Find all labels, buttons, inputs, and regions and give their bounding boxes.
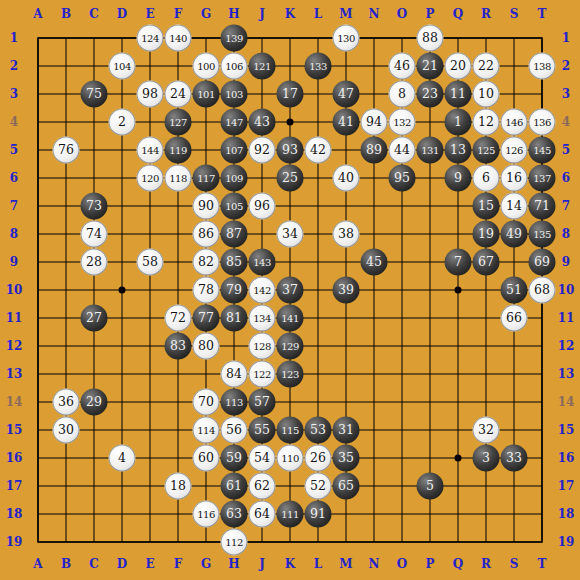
coord-label-15: 15: [558, 424, 575, 436]
black-stone-K6: 25: [277, 165, 304, 192]
move-number: 71: [534, 200, 550, 213]
move-number: 138: [533, 61, 551, 71]
white-stone-P1: 88: [417, 25, 444, 52]
move-number: 110: [281, 453, 299, 463]
white-stone-O2: 46: [389, 53, 416, 80]
white-stone-M1: 130: [333, 25, 360, 52]
coord-label-7: 7: [10, 200, 18, 212]
black-stone-J9: 143: [249, 249, 276, 276]
black-stone-N5: 89: [361, 137, 388, 164]
black-stone-M17: 65: [333, 473, 360, 500]
black-stone-G3: 101: [193, 81, 220, 108]
black-stone-S16: 33: [501, 445, 528, 472]
move-number: 1: [454, 116, 462, 129]
white-stone-J11: 134: [249, 305, 276, 332]
black-stone-K3: 17: [277, 81, 304, 108]
black-stone-K13: 123: [277, 361, 304, 388]
white-stone-D4: 2: [109, 109, 136, 136]
move-number: 141: [281, 313, 299, 323]
coord-label-17: 17: [6, 480, 23, 492]
black-stone-L2: 133: [305, 53, 332, 80]
move-number: 109: [225, 173, 243, 183]
move-number: 83: [170, 340, 186, 353]
white-stone-D2: 104: [109, 53, 136, 80]
move-number: 44: [394, 144, 410, 157]
coord-label-6: 6: [562, 172, 570, 184]
black-stone-J15: 55: [249, 417, 276, 444]
white-stone-C9: 28: [81, 249, 108, 276]
coord-label-4: 4: [562, 116, 570, 128]
black-stone-J2: 121: [249, 53, 276, 80]
black-stone-L18: 91: [305, 501, 332, 528]
black-stone-C11: 27: [81, 305, 108, 332]
black-stone-J14: 57: [249, 389, 276, 416]
white-stone-L16: 26: [305, 445, 332, 472]
black-stone-K5: 93: [277, 137, 304, 164]
black-stone-G11: 77: [193, 305, 220, 332]
move-number: 7: [454, 256, 462, 269]
move-number: 10: [478, 88, 494, 101]
coord-label-3: 3: [562, 88, 570, 100]
white-stone-R3: 10: [473, 81, 500, 108]
black-stone-G6: 117: [193, 165, 220, 192]
coord-label-19: 19: [558, 536, 575, 548]
coord-label-C: C: [89, 558, 99, 570]
move-number: 32: [478, 424, 494, 437]
move-number: 67: [478, 256, 494, 269]
black-stone-C3: 75: [81, 81, 108, 108]
move-number: 115: [281, 425, 299, 435]
white-stone-O4: 132: [389, 109, 416, 136]
white-stone-F1: 140: [165, 25, 192, 52]
white-stone-H15: 56: [221, 417, 248, 444]
move-number: 26: [310, 452, 326, 465]
move-number: 31: [338, 424, 354, 437]
hoshi-point-Q10: [455, 287, 462, 294]
white-stone-E6: 120: [137, 165, 164, 192]
move-number: 147: [225, 117, 243, 127]
move-number: 68: [534, 284, 550, 297]
white-stone-S4: 146: [501, 109, 528, 136]
move-number: 27: [86, 312, 102, 325]
coord-label-14: 14: [6, 396, 23, 408]
white-stone-E3: 98: [137, 81, 164, 108]
black-stone-H9: 85: [221, 249, 248, 276]
coord-label-13: 13: [558, 368, 575, 380]
black-stone-P3: 23: [417, 81, 444, 108]
black-stone-T9: 69: [529, 249, 556, 276]
move-number: 144: [141, 145, 159, 155]
move-number: 121: [253, 61, 271, 71]
move-number: 13: [450, 144, 466, 157]
move-number: 74: [86, 228, 102, 241]
white-stone-T10: 68: [529, 277, 556, 304]
white-stone-J16: 54: [249, 445, 276, 472]
black-stone-F4: 127: [165, 109, 192, 136]
move-number: 143: [253, 257, 271, 267]
move-number: 112: [225, 537, 243, 547]
black-stone-Q3: 11: [445, 81, 472, 108]
black-stone-M16: 35: [333, 445, 360, 472]
white-stone-L17: 52: [305, 473, 332, 500]
coord-label-5: 5: [10, 144, 18, 156]
white-stone-G14: 70: [193, 389, 220, 416]
coord-label-P: P: [425, 8, 434, 20]
black-stone-H8: 87: [221, 221, 248, 248]
move-number: 146: [505, 117, 523, 127]
black-stone-P17: 5: [417, 473, 444, 500]
move-number: 130: [337, 33, 355, 43]
white-stone-G15: 114: [193, 417, 220, 444]
white-stone-D16: 4: [109, 445, 136, 472]
move-number: 57: [254, 396, 270, 409]
coord-label-11: 11: [6, 312, 23, 324]
coord-label-16: 16: [558, 452, 575, 464]
black-stone-T5: 145: [529, 137, 556, 164]
move-number: 114: [197, 425, 215, 435]
move-number: 23: [422, 88, 438, 101]
move-number: 123: [281, 369, 299, 379]
move-number: 142: [253, 285, 271, 295]
coord-label-3: 3: [10, 88, 18, 100]
coord-label-7: 7: [562, 200, 570, 212]
move-number: 89: [366, 144, 382, 157]
move-number: 139: [225, 33, 243, 43]
black-stone-Q4: 1: [445, 109, 472, 136]
white-stone-G2: 100: [193, 53, 220, 80]
coord-label-16: 16: [6, 452, 23, 464]
move-number: 136: [533, 117, 551, 127]
move-number: 113: [225, 397, 243, 407]
move-number: 38: [338, 228, 354, 241]
move-number: 49: [506, 228, 522, 241]
black-stone-F5: 119: [165, 137, 192, 164]
white-stone-J13: 122: [249, 361, 276, 388]
white-stone-L5: 42: [305, 137, 332, 164]
white-stone-B14: 36: [53, 389, 80, 416]
white-stone-G7: 90: [193, 193, 220, 220]
hoshi-point-Q16: [455, 455, 462, 462]
coord-label-4: 4: [10, 116, 18, 128]
black-stone-Q5: 13: [445, 137, 472, 164]
black-stone-M3: 47: [333, 81, 360, 108]
move-number: 53: [310, 424, 326, 437]
move-number: 126: [505, 145, 523, 155]
black-stone-R8: 19: [473, 221, 500, 248]
black-stone-H14: 113: [221, 389, 248, 416]
white-stone-S6: 16: [501, 165, 528, 192]
black-stone-H11: 81: [221, 305, 248, 332]
move-number: 64: [254, 508, 270, 521]
move-number: 96: [254, 200, 270, 213]
white-stone-O3: 8: [389, 81, 416, 108]
white-stone-J18: 64: [249, 501, 276, 528]
white-stone-N4: 94: [361, 109, 388, 136]
white-stone-J5: 92: [249, 137, 276, 164]
move-number: 9: [454, 172, 462, 185]
move-number: 11: [450, 88, 466, 101]
coord-label-10: 10: [6, 284, 23, 296]
black-stone-K12: 129: [277, 333, 304, 360]
black-stone-L15: 53: [305, 417, 332, 444]
move-number: 94: [366, 116, 382, 129]
move-number: 105: [225, 201, 243, 211]
white-stone-F17: 18: [165, 473, 192, 500]
move-number: 140: [169, 33, 187, 43]
move-number: 131: [421, 145, 439, 155]
coord-label-M: M: [339, 558, 352, 570]
move-number: 60: [198, 452, 214, 465]
move-number: 40: [338, 172, 354, 185]
move-number: 19: [478, 228, 494, 241]
move-number: 34: [282, 228, 298, 241]
coord-label-17: 17: [558, 480, 575, 492]
coord-label-2: 2: [10, 60, 18, 72]
coord-label-13: 13: [6, 368, 23, 380]
move-number: 62: [254, 480, 270, 493]
coord-label-O: O: [397, 558, 407, 570]
black-stone-J4: 43: [249, 109, 276, 136]
coord-label-12: 12: [6, 340, 23, 352]
white-stone-R4: 12: [473, 109, 500, 136]
move-number: 69: [534, 256, 550, 269]
black-stone-H17: 61: [221, 473, 248, 500]
coord-label-G: G: [201, 558, 211, 570]
white-stone-G8: 86: [193, 221, 220, 248]
white-stone-R2: 22: [473, 53, 500, 80]
move-number: 90: [198, 200, 214, 213]
black-stone-K10: 37: [277, 277, 304, 304]
coord-label-14: 14: [558, 396, 575, 408]
move-number: 101: [197, 89, 215, 99]
coord-label-F: F: [174, 8, 183, 20]
white-stone-R15: 32: [473, 417, 500, 444]
move-number: 39: [338, 284, 354, 297]
coord-label-19: 19: [6, 536, 23, 548]
move-number: 21: [422, 60, 438, 73]
white-stone-S7: 14: [501, 193, 528, 220]
coord-label-N: N: [369, 8, 380, 20]
coord-label-C: C: [89, 8, 99, 20]
move-number: 111: [281, 509, 299, 519]
move-number: 56: [226, 424, 242, 437]
white-stone-M6: 40: [333, 165, 360, 192]
move-number: 134: [253, 313, 271, 323]
black-stone-Q9: 7: [445, 249, 472, 276]
black-stone-R9: 67: [473, 249, 500, 276]
black-stone-C14: 29: [81, 389, 108, 416]
coord-label-G: G: [201, 8, 211, 20]
coord-label-R: R: [481, 8, 491, 20]
move-number: 30: [58, 424, 74, 437]
black-stone-H18: 63: [221, 501, 248, 528]
move-number: 107: [225, 145, 243, 155]
move-number: 128: [253, 341, 271, 351]
move-number: 120: [141, 173, 159, 183]
move-number: 12: [478, 116, 494, 129]
coord-label-T: T: [538, 8, 547, 20]
move-number: 76: [58, 144, 74, 157]
white-stone-T4: 136: [529, 109, 556, 136]
move-number: 28: [86, 256, 102, 269]
move-number: 37: [282, 284, 298, 297]
black-stone-S10: 51: [501, 277, 528, 304]
black-stone-P5: 131: [417, 137, 444, 164]
move-number: 82: [198, 256, 214, 269]
move-number: 70: [198, 396, 214, 409]
move-number: 3: [482, 452, 490, 465]
coord-label-M: M: [339, 8, 352, 20]
coord-label-1: 1: [10, 32, 18, 44]
coord-label-D: D: [117, 558, 127, 570]
move-number: 92: [254, 144, 270, 157]
move-number: 86: [198, 228, 214, 241]
coord-label-5: 5: [562, 144, 570, 156]
move-number: 63: [226, 508, 242, 521]
coord-label-J: J: [259, 8, 265, 20]
coord-label-12: 12: [558, 340, 575, 352]
coord-label-E: E: [145, 8, 154, 20]
coord-label-T: T: [538, 558, 547, 570]
black-stone-H3: 103: [221, 81, 248, 108]
move-number: 106: [225, 61, 243, 71]
white-stone-J12: 128: [249, 333, 276, 360]
white-stone-G9: 82: [193, 249, 220, 276]
black-stone-K11: 141: [277, 305, 304, 332]
move-number: 66: [506, 312, 522, 325]
black-stone-R5: 125: [473, 137, 500, 164]
white-stone-S11: 66: [501, 305, 528, 332]
coord-label-L: L: [314, 8, 322, 20]
white-stone-K8: 34: [277, 221, 304, 248]
white-stone-J7: 96: [249, 193, 276, 220]
move-number: 124: [141, 33, 159, 43]
move-number: 54: [254, 452, 270, 465]
coord-label-L: L: [314, 558, 322, 570]
black-stone-O6: 95: [389, 165, 416, 192]
coord-label-A: A: [33, 558, 42, 570]
move-number: 18: [170, 480, 186, 493]
move-number: 80: [198, 340, 214, 353]
coord-label-E: E: [145, 558, 154, 570]
move-number: 45: [366, 256, 382, 269]
coord-label-1: 1: [562, 32, 570, 44]
move-number: 129: [281, 341, 299, 351]
move-number: 79: [226, 284, 242, 297]
black-stone-N9: 45: [361, 249, 388, 276]
white-stone-O5: 44: [389, 137, 416, 164]
white-stone-F6: 118: [165, 165, 192, 192]
coord-label-8: 8: [562, 228, 570, 240]
move-number: 61: [226, 480, 242, 493]
coord-label-B: B: [61, 558, 71, 570]
move-number: 5: [426, 480, 434, 493]
white-stone-F11: 72: [165, 305, 192, 332]
move-number: 43: [254, 116, 270, 129]
move-number: 65: [338, 480, 354, 493]
white-stone-K16: 110: [277, 445, 304, 472]
move-number: 145: [533, 145, 551, 155]
white-stone-B5: 76: [53, 137, 80, 164]
move-number: 46: [394, 60, 410, 73]
move-number: 85: [226, 256, 242, 269]
coord-label-K: K: [285, 8, 295, 20]
black-stone-K15: 115: [277, 417, 304, 444]
coord-label-11: 11: [558, 312, 575, 324]
white-stone-E5: 144: [137, 137, 164, 164]
move-number: 35: [338, 452, 354, 465]
coord-label-6: 6: [10, 172, 18, 184]
move-number: 52: [310, 480, 326, 493]
coord-label-S: S: [510, 558, 519, 570]
move-number: 41: [338, 116, 354, 129]
coord-label-R: R: [481, 558, 491, 570]
move-number: 2: [118, 116, 126, 129]
move-number: 59: [226, 452, 242, 465]
white-stone-H2: 106: [221, 53, 248, 80]
black-stone-H6: 109: [221, 165, 248, 192]
move-number: 42: [310, 144, 326, 157]
white-stone-G10: 78: [193, 277, 220, 304]
move-number: 116: [197, 509, 215, 519]
move-number: 81: [226, 312, 242, 325]
move-number: 98: [142, 88, 158, 101]
black-stone-T6: 137: [529, 165, 556, 192]
move-number: 72: [170, 312, 186, 325]
coord-label-9: 9: [10, 256, 18, 268]
white-stone-G16: 60: [193, 445, 220, 472]
move-number: 91: [310, 508, 326, 521]
move-number: 93: [282, 144, 298, 157]
move-number: 29: [86, 396, 102, 409]
coord-label-N: N: [369, 558, 380, 570]
black-stone-M10: 39: [333, 277, 360, 304]
black-stone-K18: 111: [277, 501, 304, 528]
white-stone-H13: 84: [221, 361, 248, 388]
move-number: 88: [422, 32, 438, 45]
coord-label-B: B: [61, 8, 71, 20]
coord-label-9: 9: [562, 256, 570, 268]
move-number: 125: [477, 145, 495, 155]
black-stone-H5: 107: [221, 137, 248, 164]
white-stone-R6: 6: [473, 165, 500, 192]
move-number: 84: [226, 368, 242, 381]
move-number: 104: [113, 61, 131, 71]
coord-label-2: 2: [562, 60, 570, 72]
move-number: 119: [169, 145, 187, 155]
white-stone-S5: 126: [501, 137, 528, 164]
black-stone-R7: 15: [473, 193, 500, 220]
go-board[interactable]: ABCDEFGHJKLMNOPQRST ABCDEFGHJKLMNOPQRST …: [0, 0, 580, 580]
move-number: 22: [478, 60, 494, 73]
move-number: 78: [198, 284, 214, 297]
coord-label-H: H: [228, 8, 239, 20]
move-number: 73: [86, 200, 102, 213]
move-number: 36: [58, 396, 74, 409]
move-number: 15: [478, 200, 494, 213]
coord-label-P: P: [425, 558, 434, 570]
move-number: 17: [282, 88, 298, 101]
black-stone-Q6: 9: [445, 165, 472, 192]
black-stone-H16: 59: [221, 445, 248, 472]
white-stone-M8: 38: [333, 221, 360, 248]
coord-label-A: A: [33, 8, 42, 20]
move-number: 51: [506, 284, 522, 297]
black-stone-S8: 49: [501, 221, 528, 248]
black-stone-T7: 71: [529, 193, 556, 220]
black-stone-R16: 3: [473, 445, 500, 472]
white-stone-J10: 142: [249, 277, 276, 304]
